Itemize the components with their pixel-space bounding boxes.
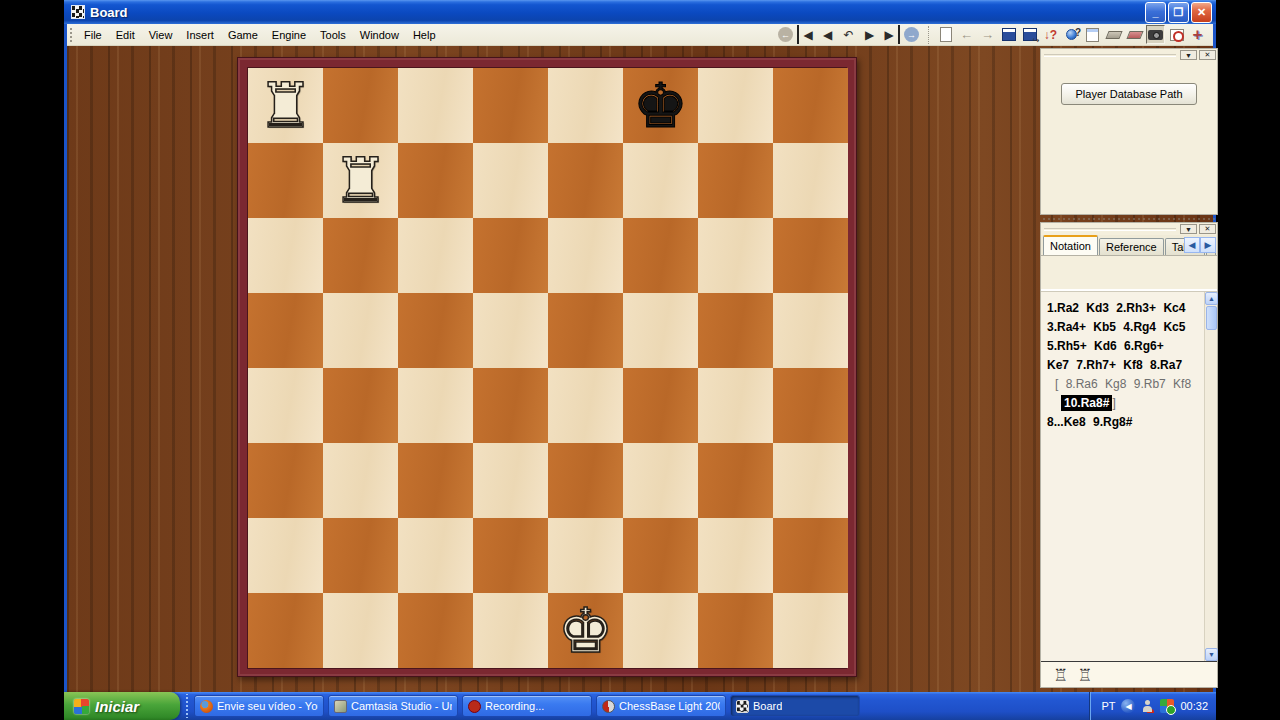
game-data-icon[interactable] [1086, 28, 1099, 42]
square-e8[interactable] [548, 68, 623, 143]
square-b4[interactable] [323, 368, 398, 443]
square-g8[interactable] [698, 68, 773, 143]
task-buttons: Envie seu vídeo - You...Camtasia Studio … [194, 695, 864, 717]
panel-groove [1044, 54, 1176, 57]
new-game-icon[interactable] [940, 27, 952, 42]
notation-panel: ▼ ✕ Notation Reference Table ◀ ▶ [1040, 222, 1218, 688]
square-b5[interactable] [323, 293, 398, 368]
white-rook-b7[interactable]: ♜ [333, 150, 389, 212]
notation-line: 3.Ra4+ Kb5 4.Rg4 Kc5 [1047, 318, 1202, 337]
scroll-track[interactable] [1205, 331, 1217, 648]
restore-button[interactable]: ❐ [1168, 2, 1189, 23]
tab-reference[interactable]: Reference [1099, 238, 1164, 255]
menu-insert[interactable]: Insert [179, 26, 221, 44]
square-e4[interactable] [548, 368, 623, 443]
square-a5[interactable] [248, 293, 323, 368]
toolbar: ← ◀ ◀ ↶ ▶ ▶ → ← → ↓? + [776, 25, 1213, 44]
menu-bar: FileEditViewInsertGameEngineToolsWindowH… [67, 24, 1213, 46]
chess-board[interactable]: ♜♚♜♚ [247, 67, 847, 669]
player-database-path-button[interactable]: Player Database Path [1061, 83, 1197, 105]
task-chess-board[interactable]: Board [730, 695, 860, 717]
white-king-e1[interactable]: ♚ [558, 600, 614, 662]
board-window: Board _ ❐ ✕ FileEditViewInsertGameEngine… [64, 0, 1216, 692]
back-circle-icon[interactable]: ← [778, 27, 793, 42]
square-c6[interactable] [398, 218, 473, 293]
menu-edit[interactable]: Edit [109, 26, 142, 44]
square-h1[interactable] [773, 593, 848, 668]
square-h8[interactable] [773, 68, 848, 143]
square-c4[interactable] [398, 368, 473, 443]
square-f4[interactable] [623, 368, 698, 443]
square-a7[interactable] [248, 143, 323, 218]
takeback-icon[interactable]: ↶ [839, 25, 858, 44]
last-move-icon[interactable]: ▶ [881, 25, 900, 44]
square-b6[interactable] [323, 218, 398, 293]
square-c5[interactable] [398, 293, 473, 368]
square-f7[interactable] [623, 143, 698, 218]
black-king-f8[interactable]: ♚ [633, 75, 689, 137]
menu-file[interactable]: File [77, 26, 109, 44]
chess-board-icon [736, 700, 749, 713]
move-text[interactable]: 8...Ke8 9.Rg8# [1047, 415, 1132, 429]
minimize-button[interactable]: _ [1145, 2, 1166, 23]
save-icon[interactable] [1002, 28, 1016, 41]
move-text[interactable]: 5.Rh5+ Kd6 6.Rg6+ [1047, 339, 1164, 353]
tab-notation[interactable]: Notation [1043, 235, 1098, 255]
square-g6[interactable] [698, 218, 773, 293]
previous-game-icon[interactable]: ← [957, 25, 976, 44]
square-f3[interactable] [623, 443, 698, 518]
notation-line: 1.Ra2 Kd3 2.Rh3+ Kc4 [1047, 299, 1202, 318]
square-g5[interactable] [698, 293, 773, 368]
square-h7[interactable] [773, 143, 848, 218]
notation-line: 10.Ra8#] [1047, 394, 1202, 413]
square-e6[interactable] [548, 218, 623, 293]
menu-game[interactable]: Game [221, 26, 265, 44]
task-camtasia[interactable]: Camtasia Studio - Unt... [328, 695, 458, 717]
chess-board-frame: ♜♚♜♚ [237, 57, 857, 677]
square-d1[interactable] [473, 593, 548, 668]
square-d4[interactable] [473, 368, 548, 443]
toolbar-separator [928, 26, 929, 44]
docked-panels: ▼ ✕ Player Database Path ▼ ✕ Notation Re… [1040, 48, 1218, 688]
firefox-icon [200, 700, 213, 713]
task-label: Camtasia Studio - Unt... [351, 700, 452, 712]
scroll-thumb[interactable] [1206, 306, 1217, 330]
square-b3[interactable] [323, 443, 398, 518]
client-area-wood-background: ♜♚♜♚ ▼ ✕ Player Database Path ▼ [67, 46, 1213, 692]
chessbase-icon [602, 700, 615, 713]
square-g3[interactable] [698, 443, 773, 518]
get-moves-icon[interactable]: ↓? [1041, 25, 1060, 44]
toolbar-grip [69, 27, 73, 43]
square-c2[interactable] [398, 518, 473, 593]
square-f8[interactable]: ♚ [623, 68, 698, 143]
notation-scrollbar[interactable]: ▲ ▼ [1204, 292, 1217, 661]
task-firefox[interactable]: Envie seu vídeo - You... [194, 695, 324, 717]
square-c8[interactable] [398, 68, 473, 143]
menu-tools[interactable]: Tools [313, 26, 353, 44]
square-d6[interactable] [473, 218, 548, 293]
square-h5[interactable] [773, 293, 848, 368]
windows-flag-icon [74, 699, 89, 714]
square-c1[interactable] [398, 593, 473, 668]
square-e5[interactable] [548, 293, 623, 368]
square-e2[interactable] [548, 518, 623, 593]
move-text[interactable]: Ke7 7.Rh7+ Kf8 8.Ra7 [1047, 358, 1182, 372]
language-indicator[interactable]: PT [1101, 700, 1115, 712]
square-a8[interactable]: ♜ [248, 68, 323, 143]
square-f6[interactable] [623, 218, 698, 293]
square-b1[interactable] [323, 593, 398, 668]
square-b7[interactable]: ♜ [323, 143, 398, 218]
square-h2[interactable] [773, 518, 848, 593]
material-balance-strip: ♖♖ [1041, 661, 1217, 687]
notation-line: Ke7 7.Rh7+ Kf8 8.Ra7 [1047, 356, 1202, 375]
square-h4[interactable] [773, 368, 848, 443]
move-list[interactable]: 1.Ra2 Kd3 2.Rh3+ Kc43.Ra4+ Kb5 4.Rg4 Kc5… [1041, 292, 1204, 661]
scroll-up-icon[interactable]: ▲ [1205, 292, 1218, 305]
square-e3[interactable] [548, 443, 623, 518]
menu-engine[interactable]: Engine [265, 26, 313, 44]
move-text[interactable]: [ 8.Ra6 Kg8 9.Rb7 Kf8 [1055, 377, 1191, 391]
square-b8[interactable] [323, 68, 398, 143]
square-f5[interactable] [623, 293, 698, 368]
square-e1[interactable]: ♚ [548, 593, 623, 668]
taskbar-divider [183, 694, 191, 718]
square-g4[interactable] [698, 368, 773, 443]
clip-panel: ▼ ✕ Player Database Path [1040, 48, 1218, 215]
save-as-icon[interactable] [1023, 28, 1037, 41]
notation-line: [ 8.Ra6 Kg8 9.Rb7 Kf8 [1047, 375, 1202, 394]
square-f2[interactable] [623, 518, 698, 593]
chessboard-window-icon [71, 5, 85, 19]
menu-help[interactable]: Help [406, 26, 443, 44]
square-c3[interactable] [398, 443, 473, 518]
task-label: Recording... [485, 700, 544, 712]
move-text[interactable]: 3.Ra4+ Kb5 4.Rg4 Kc5 [1047, 320, 1185, 334]
selected-move[interactable]: 10.Ra8# [1061, 395, 1112, 411]
forward-circle-icon[interactable]: → [904, 27, 919, 42]
close-button[interactable]: ✕ [1191, 2, 1212, 23]
square-a4[interactable] [248, 368, 323, 443]
close-board-image-icon[interactable] [1170, 29, 1184, 41]
task-label: Board [753, 700, 782, 712]
white-rook-a8[interactable]: ♜ [258, 75, 314, 137]
notation-line: 8...Ke8 9.Rg8# [1047, 413, 1202, 432]
move-text[interactable]: ] [1112, 396, 1115, 410]
menu-window[interactable]: Window [353, 26, 406, 44]
first-move-icon[interactable]: ◀ [797, 25, 816, 44]
previous-move-icon[interactable]: ◀ [818, 25, 837, 44]
square-a6[interactable] [248, 218, 323, 293]
panel-menu-icon[interactable]: ▼ [1180, 50, 1197, 60]
delete-red-icon[interactable] [1126, 31, 1143, 39]
windows-update-icon[interactable] [1160, 699, 1174, 713]
square-h6[interactable] [773, 218, 848, 293]
panel-close-icon[interactable]: ✕ [1199, 50, 1216, 60]
window-title: Board [90, 5, 128, 20]
notation-toolbar-gap [1041, 256, 1217, 292]
title-bar[interactable]: Board _ ❐ ✕ [64, 0, 1216, 24]
square-d8[interactable] [473, 68, 548, 143]
task-label: Envie seu vídeo - You... [217, 700, 318, 712]
system-tray: PT ◀ 00:32 [1090, 692, 1216, 720]
material-white-rook-icon: ♖ [1053, 665, 1068, 685]
tab-scroll-left-icon[interactable]: ◀ [1184, 237, 1200, 253]
panel-groove [1044, 228, 1176, 231]
panel-close-icon[interactable]: ✕ [1199, 224, 1216, 234]
square-d7[interactable] [473, 143, 548, 218]
square-a3[interactable] [248, 443, 323, 518]
camtasia-icon [334, 700, 347, 713]
next-move-icon[interactable]: ▶ [860, 25, 879, 44]
messenger-offline-icon[interactable] [1141, 700, 1154, 713]
hide-icons-icon[interactable]: ◀ [1121, 699, 1135, 713]
task-label: ChessBase Light 2009 [619, 700, 720, 712]
camtasia-recorder-icon [468, 700, 481, 713]
square-b2[interactable] [323, 518, 398, 593]
square-f1[interactable] [623, 593, 698, 668]
snapshot-icon[interactable] [1148, 30, 1163, 40]
tab-scroll-right-icon[interactable]: ▶ [1200, 237, 1216, 253]
delete-icon[interactable] [1105, 31, 1122, 39]
task-camtasia-recorder[interactable]: Recording... [462, 695, 592, 717]
menu-items: FileEditViewInsertGameEngineToolsWindowH… [77, 26, 443, 44]
notation-line: 5.Rh5+ Kd6 6.Rg6+ [1047, 337, 1202, 356]
panel-resize-handle[interactable] [1042, 216, 1216, 221]
square-d3[interactable] [473, 443, 548, 518]
square-c7[interactable] [398, 143, 473, 218]
square-d5[interactable] [473, 293, 548, 368]
square-h3[interactable] [773, 443, 848, 518]
notation-tab-bar: Notation Reference Table ◀ ▶ [1041, 235, 1217, 256]
panel-menu-icon[interactable]: ▼ [1180, 224, 1197, 234]
square-g2[interactable] [698, 518, 773, 593]
clock: 00:32 [1180, 700, 1208, 712]
scroll-down-icon[interactable]: ▼ [1205, 648, 1218, 661]
taskbar: Iniciar Envie seu vídeo - You...Camtasia… [64, 692, 1216, 720]
material-white-rook-icon: ♖ [1077, 665, 1092, 685]
square-a2[interactable] [248, 518, 323, 593]
letterboxed-desktop: Board _ ❐ ✕ FileEditViewInsertGameEngine… [0, 0, 1280, 720]
square-a1[interactable] [248, 593, 323, 668]
square-g7[interactable] [698, 143, 773, 218]
menu-view[interactable]: View [142, 26, 180, 44]
online-lookup-icon[interactable] [1066, 29, 1077, 40]
square-g1[interactable] [698, 593, 773, 668]
square-e7[interactable] [548, 143, 623, 218]
start-label: Iniciar [95, 698, 139, 715]
task-chessbase[interactable]: ChessBase Light 2009 [596, 695, 726, 717]
square-d2[interactable] [473, 518, 548, 593]
next-game-icon[interactable]: → [978, 25, 997, 44]
move-text[interactable]: 1.Ra2 Kd3 2.Rh3+ Kc4 [1047, 301, 1185, 315]
new-board-icon[interactable]: + [1188, 25, 1207, 44]
start-button[interactable]: Iniciar [64, 692, 180, 720]
